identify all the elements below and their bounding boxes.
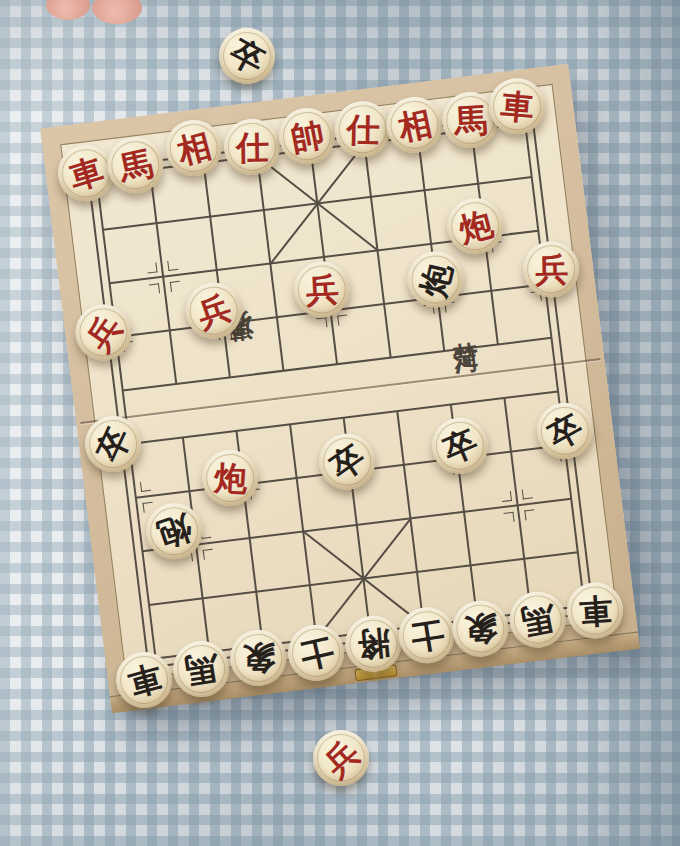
piece-character: 士 — [408, 616, 446, 654]
piece-character: 象 — [463, 611, 498, 646]
toes — [92, 0, 142, 24]
piece-character: 卒 — [91, 422, 135, 466]
point-marker — [146, 262, 157, 273]
point-marker — [316, 317, 327, 328]
piece-character: 仕 — [346, 113, 380, 147]
piece-character: 卒 — [324, 439, 370, 485]
point-marker — [503, 512, 514, 523]
toes — [46, 0, 90, 20]
point-marker — [170, 281, 181, 292]
point-marker — [167, 260, 178, 271]
piece-character: 馬 — [453, 103, 488, 138]
piece-character: 炮 — [213, 461, 248, 496]
piece-character: 車 — [577, 593, 612, 628]
point-marker — [143, 502, 154, 513]
point-marker — [522, 488, 533, 499]
piece-character: 車 — [65, 153, 106, 194]
piece-character: 車 — [499, 88, 535, 124]
xiangqi-board: 漢界 楚河 車馬相仕帥仕相馬車炮炮兵兵兵兵炮炮卒卒卒卒車馬象士將士象馬車 — [40, 64, 640, 712]
point-marker — [501, 491, 512, 502]
piece-character: 兵 — [318, 735, 365, 782]
point-marker — [337, 315, 348, 326]
piece-character: 馬 — [518, 600, 557, 639]
piece-character: 士 — [296, 633, 336, 673]
piece-character: 兵 — [305, 272, 340, 307]
photo-scene: 漢界 楚河 車馬相仕帥仕相馬車炮炮兵兵兵兵炮炮卒卒卒卒車馬象士將士象馬車 卒兵 — [0, 0, 680, 846]
piece-character: 兵 — [80, 309, 126, 355]
piece-character: 馬 — [116, 146, 155, 185]
piece-character: 兵 — [534, 253, 568, 287]
piece-character: 仕 — [235, 130, 269, 164]
point-marker — [149, 283, 160, 294]
piece-character: 相 — [395, 105, 434, 144]
piece-character: 象 — [242, 641, 276, 675]
piece-character: 炮 — [416, 260, 456, 300]
piece-character: 炮 — [153, 510, 195, 552]
piece-character: 馬 — [182, 650, 220, 688]
piece-character: 炮 — [455, 206, 495, 246]
point-marker — [524, 509, 535, 520]
captured-red-soldier[interactable]: 兵 — [313, 730, 369, 786]
piece-character: 將 — [356, 626, 392, 662]
piece-character: 卒 — [438, 424, 481, 467]
piece-character: 兵 — [193, 290, 235, 332]
piece-character: 卒 — [542, 408, 587, 453]
point-marker — [203, 549, 214, 560]
piece-character: 帥 — [288, 117, 327, 156]
piece-character: 車 — [124, 660, 164, 700]
captured-black-soldier[interactable]: 卒 — [219, 28, 275, 84]
piece-character: 相 — [173, 128, 213, 168]
piece-character: 卒 — [225, 34, 270, 79]
point-marker — [140, 481, 151, 492]
